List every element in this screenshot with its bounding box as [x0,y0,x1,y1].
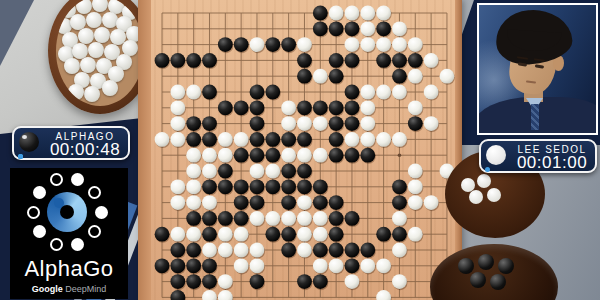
stone-white [313,69,328,84]
stone-black [329,21,344,36]
stone-black [250,148,265,163]
white-stone [80,57,96,73]
stone-white [392,274,407,289]
stone-black [155,227,170,242]
white-stone [469,190,483,204]
stone-white [392,37,407,52]
stone-white [360,100,375,115]
stone-black [234,148,249,163]
stone-white [250,211,265,226]
white-stone [86,12,102,28]
alphago-logo: AlphaGo Google DeepMind [10,168,128,299]
stone-white [408,100,423,115]
stone-black [329,227,344,242]
stone-black [202,211,217,226]
stone-black [155,53,170,68]
stone-black [186,132,201,147]
logo-ring-dot [95,206,108,219]
board-grid [138,0,462,300]
stone-white [313,148,328,163]
stone-white [234,243,249,258]
stone-black [376,21,391,36]
stone-white [408,195,423,210]
stone-white [313,227,328,242]
logo-swirl-core [60,205,74,219]
stone-white [297,195,312,210]
stone-black [345,258,360,273]
stone-black [234,179,249,194]
stone-white [186,164,201,179]
stone-white [202,148,217,163]
stone-white [218,227,233,242]
stone-black [297,132,312,147]
stone-white [392,21,407,36]
white-stone [487,188,501,202]
stone-black [297,179,312,194]
stone-black [155,258,170,273]
logo-ring-dot [50,238,63,251]
stone-black [218,100,233,115]
stone-white [440,69,455,84]
stone-black [186,116,201,131]
stone-black [376,227,391,242]
stone-black [265,85,280,100]
stone-white [297,37,312,52]
stone-white [376,290,391,300]
stone-white [360,116,375,131]
stone-black [345,21,360,36]
stone-black [329,148,344,163]
stone-white [186,227,201,242]
stone-white [202,195,217,210]
logo-ring-dot [33,186,46,199]
white-stone-bowl-stones [56,0,144,106]
stone-black [345,100,360,115]
stone-black [313,179,328,194]
white-stone [68,84,84,100]
stone-white [250,243,265,258]
stone-black [392,69,407,84]
stone-black [250,85,265,100]
logo-ring-dot [50,173,63,186]
stone-black [202,132,217,147]
stone-white [186,195,201,210]
black-stone [470,272,486,288]
stone-black [202,274,217,289]
black-stone [478,254,494,270]
stone-black [186,211,201,226]
stone-white [234,258,249,273]
stone-black [250,132,265,147]
stone-black [202,227,217,242]
stone-black [218,37,233,52]
stone-white [250,37,265,52]
stone-white [250,164,265,179]
stone-black [281,179,296,194]
logo-title: AlphaGo [10,256,128,282]
stone-black [345,53,360,68]
stone-white [297,148,312,163]
logo-ring-dot [71,238,84,251]
stone-black [360,243,375,258]
google-deepmind-brand: Google DeepMind [10,284,128,294]
stone-black [250,274,265,289]
stone-white [297,243,312,258]
stone-white [297,211,312,226]
stone-black [218,164,233,179]
black-stone [498,258,514,274]
stone-white [170,179,185,194]
stone-black [297,53,312,68]
stone-white [392,211,407,226]
stone-black [329,132,344,147]
brand-google: Google [32,284,63,294]
stone-black [313,6,328,21]
stone-black [186,274,201,289]
stone-black [392,195,407,210]
stone-black [408,116,423,131]
stone-black [265,179,280,194]
stone-black [250,195,265,210]
stone-black [345,85,360,100]
lee-sedol-clock: LEE SEDOL 00:01:00 [479,139,597,173]
stone-black [345,243,360,258]
stone-black [250,179,265,194]
player-tie [531,104,539,130]
stone-white [218,148,233,163]
stone-white [313,116,328,131]
stone-black [392,53,407,68]
stone-black [234,37,249,52]
stone-black [186,258,201,273]
logo-ring-dot [71,173,84,186]
stone-black [313,21,328,36]
stone-black [250,100,265,115]
stone-white [424,116,439,131]
stone-white [345,6,360,21]
stone-black [234,211,249,226]
stone-white [313,211,328,226]
stone-black [170,53,185,68]
stone-white [202,243,217,258]
white-stone [94,27,110,43]
stone-white [408,37,423,52]
stone-black [202,116,217,131]
stone-white [281,116,296,131]
stone-white [170,195,185,210]
stone-black [329,116,344,131]
stone-black [202,85,217,100]
stone-black [281,37,296,52]
stone-black [265,132,280,147]
stone-black [329,100,344,115]
stone-black [170,274,185,289]
white-stone-icon [486,145,506,165]
stone-white [218,243,233,258]
stone-black [218,179,233,194]
black-stone [458,258,474,274]
stone-white [360,85,375,100]
logo-ring-dot [88,225,101,238]
white-stone [78,28,94,44]
stone-white [360,21,375,36]
stone-white [424,53,439,68]
stone-white [170,116,185,131]
stone-white [186,85,201,100]
stone-white [424,85,439,100]
stone-white [281,211,296,226]
stone-black [265,148,280,163]
stone-black [281,227,296,242]
stone-white [281,148,296,163]
stone-black [329,243,344,258]
stone-white [360,37,375,52]
stone-white [408,227,423,242]
stone-black [265,37,280,52]
stone-black [313,100,328,115]
stone-black [329,195,344,210]
stone-black [234,100,249,115]
lee-sedol-video-feed [477,3,598,135]
white-stone [64,58,80,74]
stone-black [392,227,407,242]
stone-black [329,211,344,226]
stone-white [376,37,391,52]
stone-white [218,290,233,300]
stone-white [360,6,375,21]
stone-black [360,148,375,163]
stone-white [424,195,439,210]
white-stone [84,86,100,102]
stone-white [376,6,391,21]
stone-black [202,179,217,194]
stone-white [234,227,249,242]
stone-black [218,211,233,226]
stone-white [218,274,233,289]
stone-black [408,53,423,68]
stone-white [408,164,423,179]
stone-black [392,179,407,194]
stone-white [265,211,280,226]
logo-ring-dot [33,225,46,238]
stone-black [170,243,185,258]
white-stone [92,0,108,12]
stone-black [329,53,344,68]
stone-black [297,164,312,179]
stone-white [392,243,407,258]
stone-black [281,195,296,210]
stone-white [170,227,185,242]
stone-white [234,132,249,147]
stone-black [313,195,328,210]
stone-white [392,85,407,100]
stone-black [345,116,360,131]
stone-white [360,258,375,273]
stone-white [170,132,185,147]
stone-white [376,85,391,100]
stone-black [202,53,217,68]
stone-black [313,274,328,289]
stone-black [281,243,296,258]
stone-white [376,132,391,147]
stone-black [186,53,201,68]
stone-white [360,132,375,147]
stone-white [218,132,233,147]
stone-white [170,85,185,100]
stone-black [297,274,312,289]
stone-white [345,132,360,147]
stone-white [265,164,280,179]
stone-black [170,258,185,273]
stone-white [186,179,201,194]
stone-white [297,227,312,242]
stone-white [329,258,344,273]
stone-black [345,148,360,163]
stone-white [297,116,312,131]
stone-black [186,243,201,258]
stone-white [345,274,360,289]
go-board [138,0,462,300]
stone-black [202,258,217,273]
stone-white [186,148,201,163]
stone-white [202,164,217,179]
time-display: 00:00:48 [39,140,131,160]
stone-white [345,37,360,52]
alphago-clock: ALPHAGO 00:00:48 [12,126,130,160]
white-stone [477,174,491,188]
stone-black [297,100,312,115]
stone-white [202,290,217,300]
logo-ring-dot [88,186,101,199]
stone-black [281,164,296,179]
white-stone [102,80,118,96]
time-display: 00:01:00 [506,153,598,173]
black-stone [490,274,506,290]
stone-black [234,195,249,210]
stone-black [313,243,328,258]
stone-black [376,53,391,68]
stone-black [265,227,280,242]
stone-white [281,100,296,115]
white-stone [88,42,104,58]
stone-black [281,132,296,147]
stone-white [408,69,423,84]
stone-white [170,100,185,115]
stone-white [329,6,344,21]
stone-black [297,69,312,84]
stone-white [408,179,423,194]
black-stone-icon [19,132,39,152]
stone-white [392,132,407,147]
stone-black [170,290,185,300]
stone-black [250,116,265,131]
stone-white [376,258,391,273]
broadcast-frame: ALPHAGO 00:00:48 LEE SEDOL 00:01:00 Alph… [0,0,600,300]
logo-ring-dot [27,206,40,219]
stone-white [155,132,170,147]
stone-black [345,211,360,226]
stone-black [329,69,344,84]
stone-white [250,258,265,273]
stone-white [313,258,328,273]
